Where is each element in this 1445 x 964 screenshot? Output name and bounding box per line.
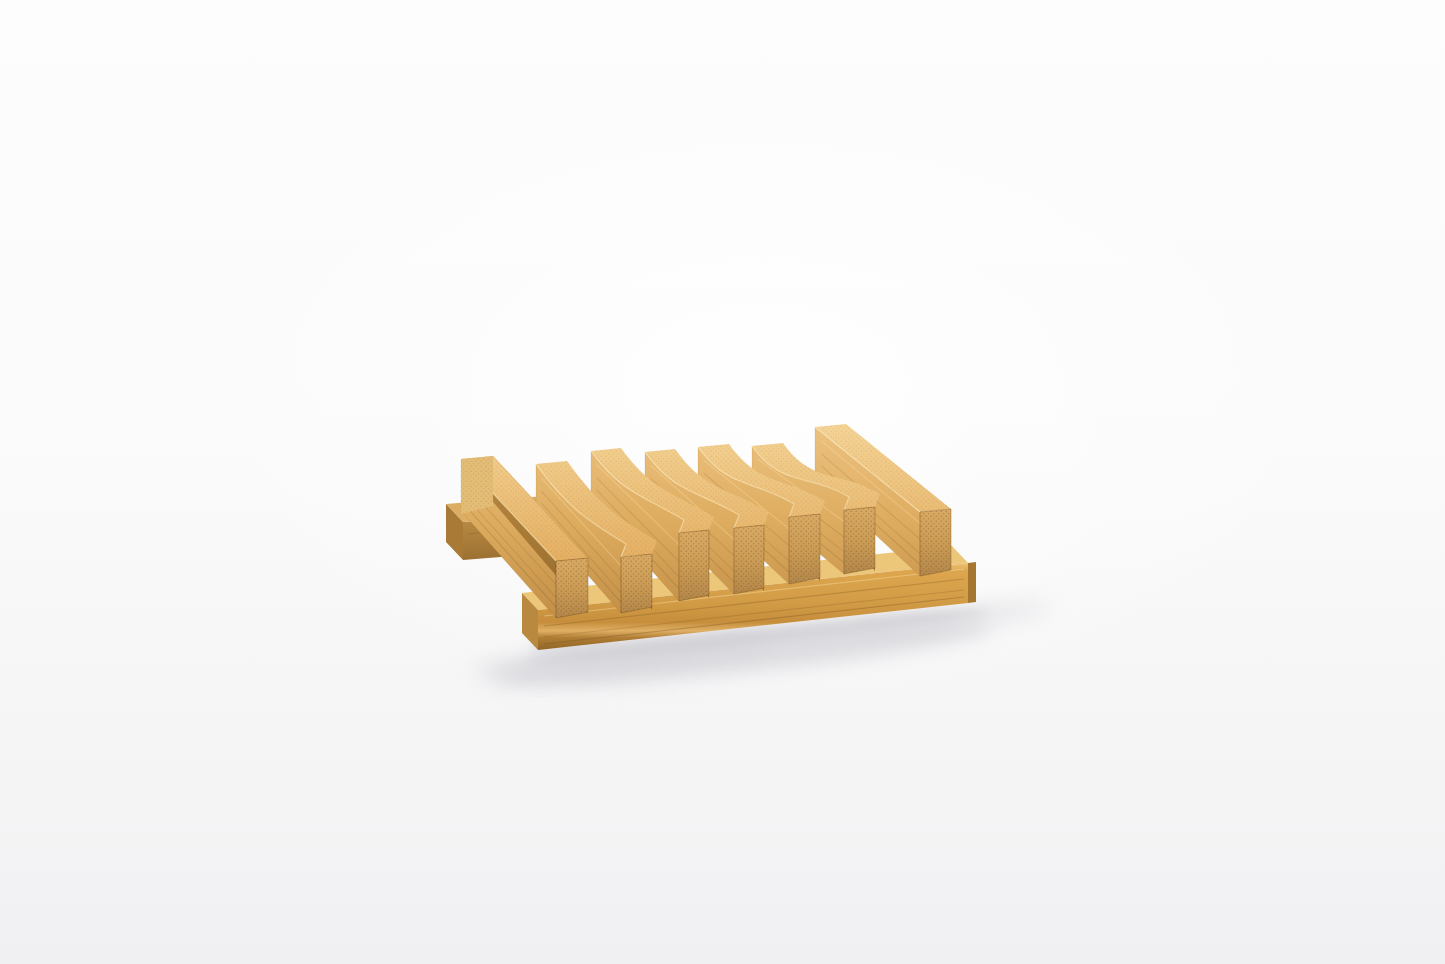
soap-dish-illustration <box>0 0 1445 964</box>
studio-backdrop <box>0 0 1445 964</box>
